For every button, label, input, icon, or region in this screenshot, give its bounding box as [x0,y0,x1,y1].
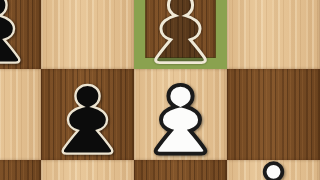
black-pawn-ghost[interactable] [134,0,227,69]
white-pawn[interactable] [134,69,227,160]
chessboard-viewport [0,0,320,180]
square-r1-c0[interactable] [0,69,41,160]
black-pawn[interactable] [0,0,41,69]
chess-board[interactable] [0,0,320,180]
square-r0-c3[interactable] [227,0,320,69]
square-r1-c3[interactable] [227,69,320,160]
square-r1-c2[interactable] [134,69,227,160]
square-r0-c1[interactable] [41,0,134,69]
square-r0-c2[interactable] [134,0,227,69]
square-r2-c2[interactable] [134,160,227,180]
black-pawn[interactable] [41,69,134,160]
square-r0-c0[interactable] [0,0,41,69]
square-r2-c3[interactable] [227,160,320,180]
square-r2-c1[interactable] [41,160,134,180]
white-bishop-partial[interactable] [227,160,320,180]
square-r2-c0[interactable] [0,160,41,180]
square-r1-c1[interactable] [41,69,134,160]
